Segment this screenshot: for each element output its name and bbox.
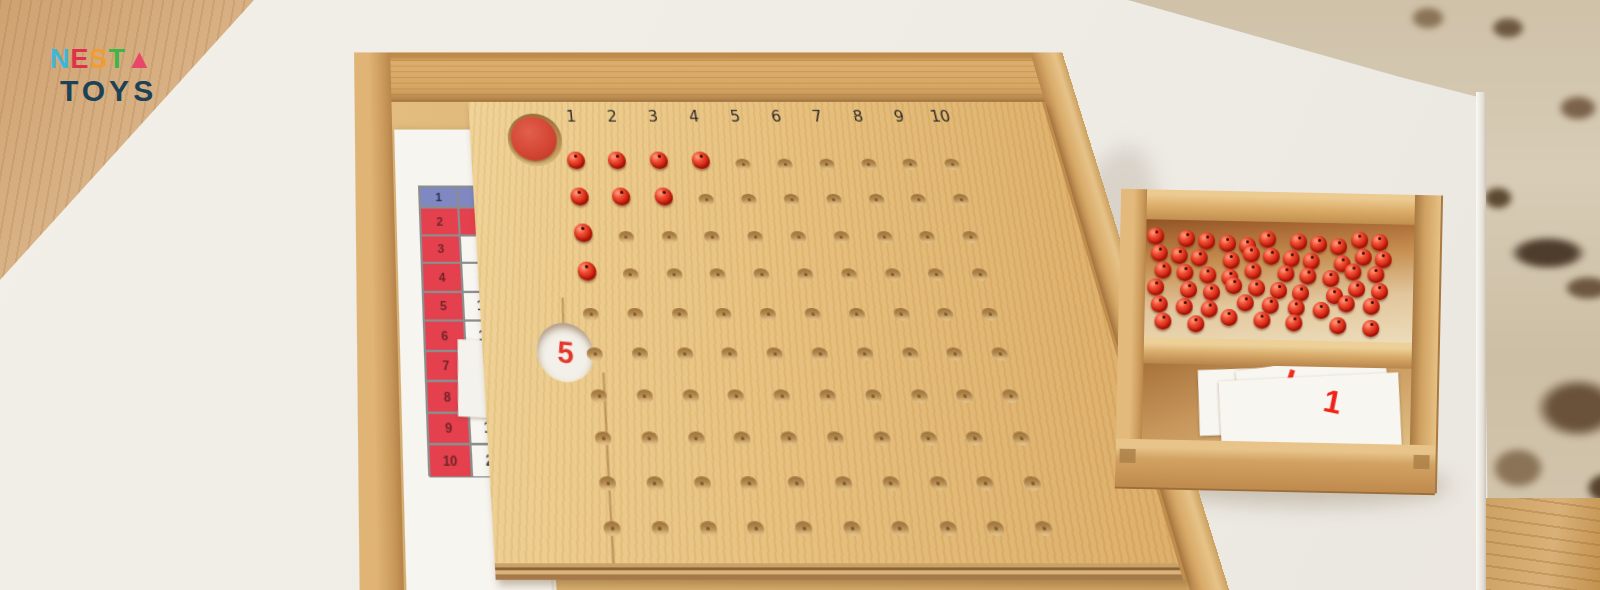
box-bead[interactable]: [1253, 311, 1270, 328]
number-card-value: 1: [1320, 382, 1345, 422]
box-bead[interactable]: [1259, 231, 1276, 248]
box-bead[interactable]: [1312, 302, 1329, 319]
box-bead[interactable]: [1147, 227, 1164, 244]
chart-label-3: 3: [421, 235, 461, 263]
bead-storage-box: 1: [1115, 189, 1441, 494]
chart-label-5: 5: [423, 291, 464, 320]
box-bead[interactable]: [1330, 238, 1347, 255]
logo-letter-E: E: [71, 44, 90, 74]
logo-letter-N: N: [50, 44, 71, 74]
box-bead[interactable]: [1300, 267, 1317, 284]
box-bead[interactable]: [1322, 270, 1339, 287]
logo-letter-A: ▲: [126, 44, 154, 74]
box-bead[interactable]: [1354, 249, 1371, 266]
floor-grain: [1480, 498, 1600, 590]
chart-header-cell-1: 1: [419, 187, 458, 208]
hole-r3c3[interactable]: [661, 231, 678, 243]
logo-letter-T: T: [109, 44, 127, 74]
hole-r10c1[interactable]: [603, 521, 621, 536]
scene: NEST▲ TOYS 12243648510612789181020 5 123…: [0, 0, 1600, 590]
column-number-4: 4: [681, 108, 708, 126]
box-bead[interactable]: [1151, 244, 1168, 261]
box-bead[interactable]: [1203, 283, 1220, 300]
nesta-toys-logo: NEST▲ TOYS: [50, 46, 157, 106]
red-marker-disc[interactable]: [509, 117, 558, 161]
logo-line1: NEST▲: [50, 46, 157, 73]
box-bead[interactable]: [1171, 247, 1188, 264]
hole-r6c1[interactable]: [586, 347, 603, 360]
column-number-6: 6: [762, 108, 790, 126]
box-bead[interactable]: [1310, 236, 1327, 253]
box-bead[interactable]: [1218, 235, 1235, 252]
box-bead[interactable]: [1198, 232, 1215, 249]
column-number-5: 5: [721, 108, 749, 126]
box-bead[interactable]: [1351, 232, 1368, 249]
box-bead[interactable]: [1154, 261, 1171, 278]
hole-r8c1[interactable]: [594, 431, 612, 445]
box-bead[interactable]: [1329, 317, 1346, 334]
chart-label-4: 4: [422, 263, 463, 292]
box-bead[interactable]: [1154, 312, 1171, 329]
multiplicand-card[interactable]: 5: [557, 333, 574, 371]
board-plywood-edge: [495, 563, 1183, 580]
box-bead[interactable]: [1237, 294, 1254, 311]
table-edge: [1476, 92, 1486, 590]
box-bead[interactable]: [1178, 230, 1195, 247]
number-card-top[interactable]: 1: [1218, 372, 1402, 444]
logo-line2: TOYS: [60, 76, 157, 106]
finger-joint: [1413, 455, 1429, 469]
box-bead[interactable]: [1367, 266, 1384, 283]
box-bead[interactable]: [1337, 295, 1354, 312]
box-front-wall: [1115, 439, 1436, 496]
column-number-9: 9: [885, 108, 914, 126]
box-bead[interactable]: [1286, 314, 1303, 331]
column-number-8: 8: [844, 108, 873, 126]
box-bead[interactable]: [1199, 266, 1216, 283]
box-bead[interactable]: [1222, 252, 1239, 269]
box-bead[interactable]: [1248, 279, 1265, 296]
box-bead[interactable]: [1176, 298, 1193, 315]
box-bead[interactable]: [1244, 262, 1261, 279]
tray-top-wall: [354, 52, 1078, 102]
column-number-10: 10: [926, 108, 955, 126]
box-bead[interactable]: [1187, 315, 1204, 332]
box-bead[interactable]: [1362, 298, 1379, 315]
box-bead[interactable]: [1191, 249, 1208, 266]
chart-label-2: 2: [420, 208, 460, 235]
box-bead[interactable]: [1371, 234, 1388, 251]
finger-joint: [1119, 449, 1135, 463]
box-bead[interactable]: [1147, 278, 1164, 295]
box-bead[interactable]: [1151, 295, 1168, 312]
column-number-3: 3: [640, 108, 667, 126]
box-bead-compartment: [1144, 219, 1414, 343]
chart-label-9: 9: [427, 412, 470, 444]
box-bead[interactable]: [1290, 233, 1307, 250]
chart-label-10: 10: [428, 444, 472, 477]
box-card-compartment: 1: [1142, 363, 1412, 445]
box-bead[interactable]: [1177, 264, 1194, 281]
logo-letter-S: S: [90, 44, 109, 74]
box-bead[interactable]: [1201, 300, 1218, 317]
wood-floor-bottom-right: [1480, 498, 1600, 590]
column-number-1: 1: [558, 108, 584, 126]
box-bead[interactable]: [1277, 265, 1294, 282]
box-bead[interactable]: [1263, 248, 1280, 265]
box-bead[interactable]: [1362, 320, 1379, 337]
box-bead[interactable]: [1242, 245, 1259, 262]
box-bead[interactable]: [1344, 263, 1361, 280]
box-bead[interactable]: [1225, 277, 1242, 294]
box-bead[interactable]: [1348, 280, 1365, 297]
wood-grain: [354, 60, 1078, 102]
box-bead[interactable]: [1180, 281, 1197, 298]
column-number-2: 2: [599, 108, 626, 126]
box-bead[interactable]: [1220, 309, 1237, 326]
column-number-7: 7: [803, 108, 831, 126]
